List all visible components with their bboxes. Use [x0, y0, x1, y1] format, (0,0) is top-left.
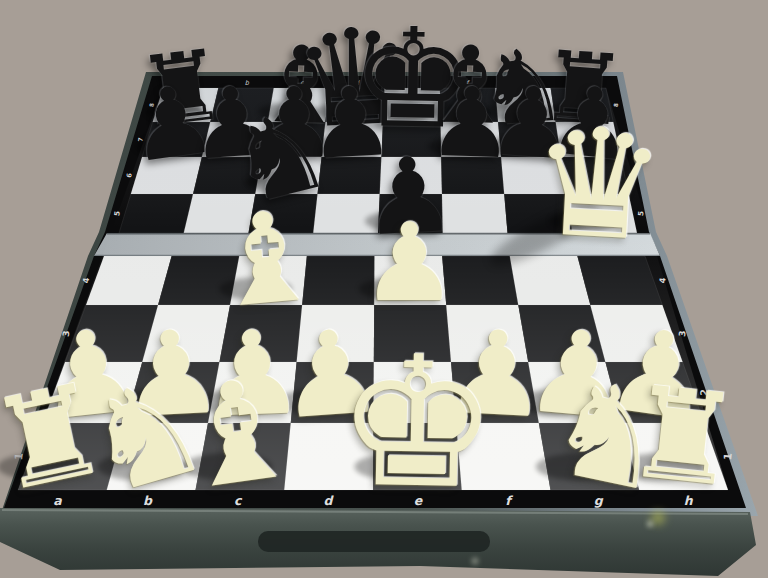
piece-white-king-e1[interactable]: ♚ — [306, 331, 529, 515]
piece-white-pawn-e4[interactable]: ♟ — [299, 209, 519, 317]
piece-white-rook-h1[interactable]: ♜ — [567, 363, 768, 511]
pieces-layer: ♜♝♛♚♝♞♜♟♟♟♟♟♟♟♞♟♛♝♟♟♟♟♟♟♟♟♜♞♝♚♞♜ — [0, 0, 768, 578]
photo-stage: aabbccddeeffgghh1122334455667788 ♜♝♛♚♝♞♜… — [0, 0, 768, 578]
